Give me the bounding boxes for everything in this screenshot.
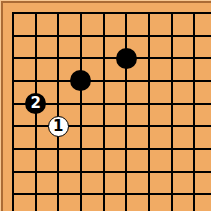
black-stone (116, 48, 137, 69)
black-stone-move-2: 2 (25, 93, 46, 114)
goban-surface: 21 (3, 3, 211, 211)
go-board-diagram: 21 (0, 0, 211, 211)
move-number-label: 2 (30, 96, 40, 111)
black-stone (70, 70, 91, 91)
white-stone-move-1: 1 (48, 116, 69, 137)
stones-layer: 21 (3, 3, 211, 211)
move-number-label: 1 (53, 118, 63, 133)
